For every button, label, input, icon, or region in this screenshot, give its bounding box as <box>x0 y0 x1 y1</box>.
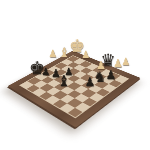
chess-photo-stage: ♚♝♟♟♟♛♟♟♚♟♟♟♟♞♝♟ <box>0 0 150 150</box>
black-bishop-on-d6[interactable]: ♝ <box>57 74 70 89</box>
black-pawn-on-f6[interactable]: ♟ <box>85 76 96 88</box>
white-bishop-on-b2[interactable]: ♝ <box>58 46 70 59</box>
white-pawn-on-c2[interactable]: ♟ <box>82 50 91 60</box>
white-pawn-on-a2[interactable]: ♟ <box>49 49 58 59</box>
black-pawn-on-b5[interactable]: ♟ <box>42 67 51 77</box>
black-pawn-on-g7[interactable]: ♟ <box>106 69 117 81</box>
